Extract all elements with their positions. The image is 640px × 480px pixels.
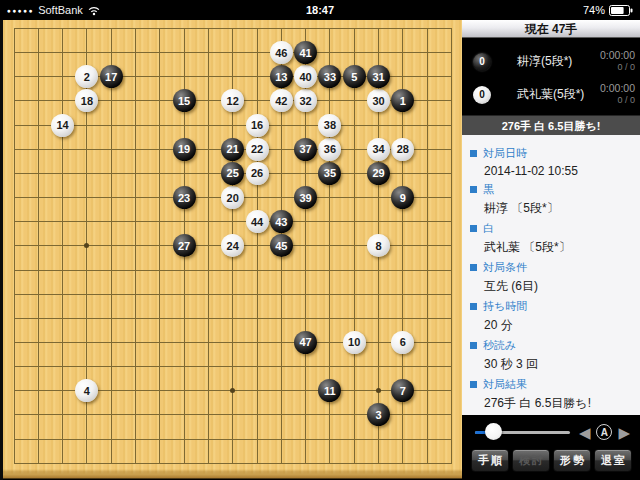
stone-white-24: 24 — [221, 234, 244, 257]
autoplay-button[interactable]: A — [596, 424, 612, 440]
player-clock: 0:00:000 / 0 — [600, 82, 635, 106]
stone-white-4: 4 — [75, 379, 98, 402]
stone-black-35: 35 — [318, 162, 341, 185]
info-label-text: 対局結果 — [483, 377, 527, 392]
wifi-icon — [87, 5, 101, 16]
info-value: 武礼葉 〔5段*〕 — [484, 239, 632, 256]
stone-white-38: 38 — [318, 114, 341, 137]
bullet-icon — [470, 264, 477, 271]
stone-black-7: 7 — [391, 379, 414, 402]
grid-line — [14, 463, 452, 464]
stone-black-47: 47 — [294, 331, 317, 354]
player-row-white: 0武礼葉(5段*)0:00:000 / 0 — [462, 78, 640, 111]
move-slider[interactable] — [475, 423, 570, 441]
grid-line — [14, 270, 452, 271]
grid-line — [38, 29, 39, 465]
stone-black-5: 5 — [343, 65, 366, 88]
info-label-text: 対局日時 — [483, 146, 527, 161]
stone-black-11: 11 — [318, 379, 341, 402]
stone-white-20: 20 — [221, 186, 244, 209]
info-label-text: 白 — [483, 221, 494, 236]
stone-black-9: 9 — [391, 186, 414, 209]
grid-line — [427, 29, 428, 465]
button-検討[interactable]: 検討 — [512, 449, 550, 472]
grid-line — [14, 294, 452, 295]
grid-line — [14, 318, 452, 319]
stone-white-28: 28 — [391, 138, 414, 161]
stone-white-44: 44 — [246, 210, 269, 233]
stone-black-15: 15 — [173, 89, 196, 112]
grid-line — [14, 366, 452, 367]
stone-black-37: 37 — [294, 138, 317, 161]
game-info-panel: 対局日時2014-11-02 10:55黒耕淳 〔5段*〕白武礼葉 〔5段*〕対… — [462, 135, 640, 415]
white-stone-icon: 0 — [473, 86, 491, 104]
stone-white-2: 2 — [75, 65, 98, 88]
clock-periods: 0 / 0 — [600, 62, 635, 73]
stone-black-3: 3 — [367, 403, 390, 426]
bullet-icon — [470, 342, 477, 349]
player-row-black: 0耕淳(5段*)0:00:000 / 0 — [462, 45, 640, 78]
stone-black-45: 45 — [270, 234, 293, 257]
next-move-button[interactable]: ▶ — [618, 425, 630, 440]
stone-black-19: 19 — [173, 138, 196, 161]
info-label: 秒読み — [470, 338, 632, 353]
info-label-text: 対局条件 — [483, 260, 527, 275]
bullet-icon — [470, 381, 477, 388]
bullet-icon — [470, 303, 477, 310]
stone-black-1: 1 — [391, 89, 414, 112]
signal-strength-icon: ●●●●● — [7, 7, 34, 14]
grid-line — [14, 342, 452, 343]
stone-white-8: 8 — [367, 234, 390, 257]
grid-line — [14, 221, 452, 222]
sidebar: 現在 47手 0耕淳(5段*)0:00:000 / 00武礼葉(5段*)0:00… — [462, 20, 640, 480]
player-clocks-panel: 0耕淳(5段*)0:00:000 / 00武礼葉(5段*)0:00:000 / … — [462, 38, 640, 115]
button-手順[interactable]: 手順 — [471, 449, 509, 472]
result-banner: 276手 白 6.5目勝ち! — [462, 115, 640, 135]
stone-white-36: 36 — [318, 138, 341, 161]
star-point — [230, 388, 235, 393]
grid-line — [111, 29, 112, 465]
grid-line — [14, 439, 452, 440]
stone-white-12: 12 — [221, 89, 244, 112]
info-value: 20 分 — [484, 317, 632, 334]
battery-icon — [609, 5, 633, 16]
button-形勢[interactable]: 形勢 — [553, 449, 591, 472]
black-stone-icon: 0 — [473, 53, 491, 71]
grid-line — [14, 29, 15, 465]
player-clock: 0:00:000 / 0 — [600, 49, 635, 73]
info-value: 276手 白 6.5目勝ち! — [484, 395, 632, 412]
bullet-icon — [470, 150, 477, 157]
stone-black-33: 33 — [318, 65, 341, 88]
stone-white-22: 22 — [246, 138, 269, 161]
grid-line — [451, 29, 452, 465]
grid-line — [208, 29, 209, 465]
move-counter-header: 現在 47手 — [462, 20, 640, 38]
playback-controls: ◀ A ▶ 手順検討形勢退室 — [462, 415, 640, 480]
stone-white-46: 46 — [270, 41, 293, 64]
info-value: 30 秒 3 回 — [484, 356, 632, 373]
player-name: 耕淳(5段*) — [517, 53, 600, 70]
stone-black-41: 41 — [294, 41, 317, 64]
bullet-icon — [470, 225, 477, 232]
stone-white-6: 6 — [391, 331, 414, 354]
battery-percent: 74% — [583, 4, 605, 16]
grid-line — [135, 29, 136, 465]
stone-black-29: 29 — [367, 162, 390, 185]
info-label-text: 秒読み — [483, 338, 516, 353]
stone-white-42: 42 — [270, 89, 293, 112]
clock-time: 0:00:00 — [600, 49, 635, 62]
info-value: 互先 (6目) — [484, 278, 632, 295]
stone-black-27: 27 — [173, 234, 196, 257]
info-label: 対局日時 — [470, 146, 632, 161]
grid-line — [257, 29, 258, 465]
stone-white-34: 34 — [367, 138, 390, 161]
info-label: 黒 — [470, 182, 632, 197]
star-point — [376, 388, 381, 393]
stone-white-32: 32 — [294, 89, 317, 112]
clock-time: 0:00:00 — [600, 82, 635, 95]
stone-white-16: 16 — [246, 114, 269, 137]
star-point — [84, 243, 89, 248]
info-label: 白 — [470, 221, 632, 236]
prev-move-button[interactable]: ◀ — [579, 425, 591, 440]
info-value: 耕淳 〔5段*〕 — [484, 200, 632, 217]
button-退室[interactable]: 退室 — [594, 449, 632, 472]
stone-black-39: 39 — [294, 186, 317, 209]
grid-line — [14, 52, 452, 53]
info-label: 持ち時間 — [470, 299, 632, 314]
info-label: 対局条件 — [470, 260, 632, 275]
info-value: 2014-11-02 10:55 — [484, 164, 632, 178]
stone-white-10: 10 — [343, 331, 366, 354]
grid-line — [354, 29, 355, 465]
grid-line — [62, 29, 63, 465]
carrier-label: SoftBank — [38, 4, 83, 16]
stone-white-14: 14 — [51, 114, 74, 137]
stone-white-26: 26 — [246, 162, 269, 185]
stone-black-31: 31 — [367, 65, 390, 88]
info-label: 対局結果 — [470, 377, 632, 392]
stone-white-30: 30 — [367, 89, 390, 112]
stone-black-23: 23 — [173, 186, 196, 209]
grid-line — [14, 125, 452, 126]
stone-black-17: 17 — [100, 65, 123, 88]
app-screen: ●●●●● SoftBank 18:47 74% 123456789101112… — [0, 0, 640, 480]
clock-periods: 0 / 0 — [600, 95, 635, 106]
grid-line — [14, 28, 452, 29]
status-bar: ●●●●● SoftBank 18:47 74% — [0, 0, 640, 20]
stone-black-21: 21 — [221, 138, 244, 161]
info-label-text: 黒 — [483, 182, 494, 197]
grid-line — [159, 29, 160, 465]
go-board: 1234567891011121314151617181920212223242… — [0, 20, 462, 480]
slider-knob[interactable] — [485, 423, 502, 440]
stone-black-13: 13 — [270, 65, 293, 88]
bullet-icon — [470, 186, 477, 193]
stone-black-43: 43 — [270, 210, 293, 233]
stone-white-40: 40 — [294, 65, 317, 88]
stone-white-18: 18 — [75, 89, 98, 112]
player-name: 武礼葉(5段*) — [517, 86, 600, 103]
stone-black-25: 25 — [221, 162, 244, 185]
info-label-text: 持ち時間 — [483, 299, 527, 314]
